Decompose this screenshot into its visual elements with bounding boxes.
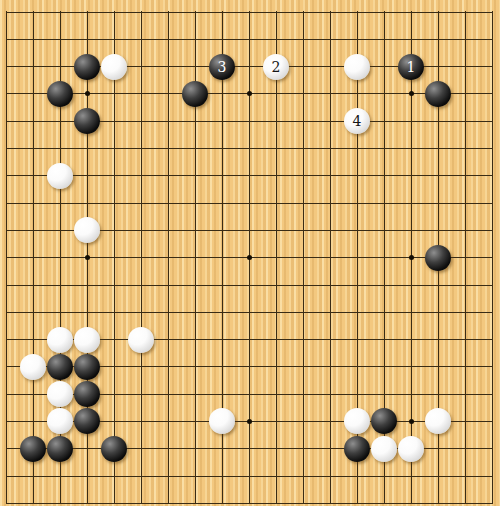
intersection-E2[interactable] bbox=[101, 462, 128, 489]
intersection-C19[interactable] bbox=[47, 0, 74, 26]
intersection-G15[interactable] bbox=[155, 108, 182, 135]
intersection-T6[interactable] bbox=[479, 353, 500, 380]
intersection-T14[interactable] bbox=[479, 135, 500, 162]
intersection-T13[interactable] bbox=[479, 162, 500, 189]
intersection-N3[interactable] bbox=[317, 435, 344, 462]
intersection-A3[interactable] bbox=[0, 435, 20, 462]
intersection-P10[interactable] bbox=[371, 244, 398, 271]
intersection-J17[interactable]: 3 bbox=[209, 53, 236, 80]
intersection-A18[interactable] bbox=[0, 26, 20, 53]
intersection-K2[interactable] bbox=[236, 462, 263, 489]
intersection-L4[interactable] bbox=[263, 408, 290, 435]
intersection-G11[interactable] bbox=[155, 217, 182, 244]
intersection-E3[interactable] bbox=[101, 435, 128, 462]
intersection-F4[interactable] bbox=[128, 408, 155, 435]
intersection-K9[interactable] bbox=[236, 271, 263, 298]
intersection-P1[interactable] bbox=[371, 490, 398, 506]
intersection-C10[interactable] bbox=[47, 244, 74, 271]
intersection-S4[interactable] bbox=[452, 408, 479, 435]
intersection-M5[interactable] bbox=[290, 381, 317, 408]
intersection-D9[interactable] bbox=[74, 271, 101, 298]
intersection-S7[interactable] bbox=[452, 326, 479, 353]
intersection-G16[interactable] bbox=[155, 80, 182, 107]
intersection-F3[interactable] bbox=[128, 435, 155, 462]
intersection-D16[interactable] bbox=[74, 80, 101, 107]
intersection-P15[interactable] bbox=[371, 108, 398, 135]
intersection-H8[interactable] bbox=[182, 299, 209, 326]
intersection-F1[interactable] bbox=[128, 490, 155, 506]
intersection-C5[interactable] bbox=[47, 381, 74, 408]
intersection-Q11[interactable] bbox=[398, 217, 425, 244]
intersection-A14[interactable] bbox=[0, 135, 20, 162]
intersection-L8[interactable] bbox=[263, 299, 290, 326]
intersection-J14[interactable] bbox=[209, 135, 236, 162]
intersection-A6[interactable] bbox=[0, 353, 20, 380]
intersection-A12[interactable] bbox=[0, 189, 20, 216]
intersection-Q10[interactable] bbox=[398, 244, 425, 271]
intersection-K4[interactable] bbox=[236, 408, 263, 435]
intersection-E1[interactable] bbox=[101, 490, 128, 506]
intersection-L14[interactable] bbox=[263, 135, 290, 162]
intersection-J4[interactable] bbox=[209, 408, 236, 435]
intersection-P4[interactable] bbox=[371, 408, 398, 435]
intersection-C17[interactable] bbox=[47, 53, 74, 80]
intersection-D14[interactable] bbox=[74, 135, 101, 162]
intersection-B9[interactable] bbox=[20, 271, 47, 298]
intersection-Q12[interactable] bbox=[398, 189, 425, 216]
intersection-K16[interactable] bbox=[236, 80, 263, 107]
intersection-N9[interactable] bbox=[317, 271, 344, 298]
intersection-K7[interactable] bbox=[236, 326, 263, 353]
intersection-D15[interactable] bbox=[74, 108, 101, 135]
intersection-Q13[interactable] bbox=[398, 162, 425, 189]
intersection-P3[interactable] bbox=[371, 435, 398, 462]
intersection-K6[interactable] bbox=[236, 353, 263, 380]
intersection-Q7[interactable] bbox=[398, 326, 425, 353]
intersection-K11[interactable] bbox=[236, 217, 263, 244]
intersection-C1[interactable] bbox=[47, 490, 74, 506]
intersection-B11[interactable] bbox=[20, 217, 47, 244]
intersection-J12[interactable] bbox=[209, 189, 236, 216]
intersection-G5[interactable] bbox=[155, 381, 182, 408]
intersection-D10[interactable] bbox=[74, 244, 101, 271]
intersection-M1[interactable] bbox=[290, 490, 317, 506]
intersection-M8[interactable] bbox=[290, 299, 317, 326]
intersection-S3[interactable] bbox=[452, 435, 479, 462]
intersection-N6[interactable] bbox=[317, 353, 344, 380]
intersection-F6[interactable] bbox=[128, 353, 155, 380]
intersection-P12[interactable] bbox=[371, 189, 398, 216]
intersection-G9[interactable] bbox=[155, 271, 182, 298]
intersection-H7[interactable] bbox=[182, 326, 209, 353]
intersection-M10[interactable] bbox=[290, 244, 317, 271]
intersection-E4[interactable] bbox=[101, 408, 128, 435]
intersection-S15[interactable] bbox=[452, 108, 479, 135]
intersection-A13[interactable] bbox=[0, 162, 20, 189]
intersection-S1[interactable] bbox=[452, 490, 479, 506]
intersection-H16[interactable] bbox=[182, 80, 209, 107]
intersection-F2[interactable] bbox=[128, 462, 155, 489]
intersection-L18[interactable] bbox=[263, 26, 290, 53]
intersection-E16[interactable] bbox=[101, 80, 128, 107]
intersection-H1[interactable] bbox=[182, 490, 209, 506]
intersection-T16[interactable] bbox=[479, 80, 500, 107]
intersection-P18[interactable] bbox=[371, 26, 398, 53]
intersection-A10[interactable] bbox=[0, 244, 20, 271]
intersection-D3[interactable] bbox=[74, 435, 101, 462]
intersection-M12[interactable] bbox=[290, 189, 317, 216]
intersection-E6[interactable] bbox=[101, 353, 128, 380]
intersection-S14[interactable] bbox=[452, 135, 479, 162]
intersection-T12[interactable] bbox=[479, 189, 500, 216]
intersection-B4[interactable] bbox=[20, 408, 47, 435]
intersection-D2[interactable] bbox=[74, 462, 101, 489]
intersection-R19[interactable] bbox=[425, 0, 452, 26]
intersection-E13[interactable] bbox=[101, 162, 128, 189]
intersection-B15[interactable] bbox=[20, 108, 47, 135]
intersection-H4[interactable] bbox=[182, 408, 209, 435]
intersection-B1[interactable] bbox=[20, 490, 47, 506]
intersection-C16[interactable] bbox=[47, 80, 74, 107]
intersection-O19[interactable] bbox=[344, 0, 371, 26]
intersection-G17[interactable] bbox=[155, 53, 182, 80]
intersection-L17[interactable]: 2 bbox=[263, 53, 290, 80]
intersection-Q15[interactable] bbox=[398, 108, 425, 135]
intersection-F7[interactable] bbox=[128, 326, 155, 353]
intersection-A7[interactable] bbox=[0, 326, 20, 353]
intersection-O18[interactable] bbox=[344, 26, 371, 53]
intersection-L7[interactable] bbox=[263, 326, 290, 353]
intersection-N19[interactable] bbox=[317, 0, 344, 26]
intersection-K5[interactable] bbox=[236, 381, 263, 408]
intersection-M2[interactable] bbox=[290, 462, 317, 489]
intersection-R7[interactable] bbox=[425, 326, 452, 353]
intersection-N10[interactable] bbox=[317, 244, 344, 271]
intersection-F13[interactable] bbox=[128, 162, 155, 189]
intersection-Q9[interactable] bbox=[398, 271, 425, 298]
intersection-M17[interactable] bbox=[290, 53, 317, 80]
intersection-F15[interactable] bbox=[128, 108, 155, 135]
intersection-O9[interactable] bbox=[344, 271, 371, 298]
intersection-Q14[interactable] bbox=[398, 135, 425, 162]
intersection-E12[interactable] bbox=[101, 189, 128, 216]
intersection-S2[interactable] bbox=[452, 462, 479, 489]
intersection-C9[interactable] bbox=[47, 271, 74, 298]
intersection-M16[interactable] bbox=[290, 80, 317, 107]
intersection-N14[interactable] bbox=[317, 135, 344, 162]
intersection-J11[interactable] bbox=[209, 217, 236, 244]
intersection-P5[interactable] bbox=[371, 381, 398, 408]
intersection-B17[interactable] bbox=[20, 53, 47, 80]
intersection-B18[interactable] bbox=[20, 26, 47, 53]
intersection-C15[interactable] bbox=[47, 108, 74, 135]
intersection-S8[interactable] bbox=[452, 299, 479, 326]
intersection-A11[interactable] bbox=[0, 217, 20, 244]
intersection-N18[interactable] bbox=[317, 26, 344, 53]
intersection-C14[interactable] bbox=[47, 135, 74, 162]
intersection-T8[interactable] bbox=[479, 299, 500, 326]
intersection-C13[interactable] bbox=[47, 162, 74, 189]
intersection-B3[interactable] bbox=[20, 435, 47, 462]
intersection-Q19[interactable] bbox=[398, 0, 425, 26]
intersection-L16[interactable] bbox=[263, 80, 290, 107]
intersection-R14[interactable] bbox=[425, 135, 452, 162]
intersection-L15[interactable] bbox=[263, 108, 290, 135]
intersection-P2[interactable] bbox=[371, 462, 398, 489]
intersection-L10[interactable] bbox=[263, 244, 290, 271]
intersection-M11[interactable] bbox=[290, 217, 317, 244]
intersection-E14[interactable] bbox=[101, 135, 128, 162]
intersection-P7[interactable] bbox=[371, 326, 398, 353]
intersection-Q17[interactable]: 1 bbox=[398, 53, 425, 80]
intersection-C7[interactable] bbox=[47, 326, 74, 353]
intersection-N2[interactable] bbox=[317, 462, 344, 489]
intersection-L2[interactable] bbox=[263, 462, 290, 489]
intersection-E9[interactable] bbox=[101, 271, 128, 298]
intersection-S11[interactable] bbox=[452, 217, 479, 244]
intersection-L1[interactable] bbox=[263, 490, 290, 506]
intersection-A2[interactable] bbox=[0, 462, 20, 489]
intersection-D12[interactable] bbox=[74, 189, 101, 216]
intersection-Q6[interactable] bbox=[398, 353, 425, 380]
intersection-B10[interactable] bbox=[20, 244, 47, 271]
intersection-S17[interactable] bbox=[452, 53, 479, 80]
intersection-K15[interactable] bbox=[236, 108, 263, 135]
intersection-P19[interactable] bbox=[371, 0, 398, 26]
intersection-P13[interactable] bbox=[371, 162, 398, 189]
intersection-G14[interactable] bbox=[155, 135, 182, 162]
intersection-J9[interactable] bbox=[209, 271, 236, 298]
intersection-B13[interactable] bbox=[20, 162, 47, 189]
intersection-E19[interactable] bbox=[101, 0, 128, 26]
intersection-F9[interactable] bbox=[128, 271, 155, 298]
intersection-N13[interactable] bbox=[317, 162, 344, 189]
intersection-O16[interactable] bbox=[344, 80, 371, 107]
intersection-H18[interactable] bbox=[182, 26, 209, 53]
intersection-G13[interactable] bbox=[155, 162, 182, 189]
intersection-B8[interactable] bbox=[20, 299, 47, 326]
intersection-B7[interactable] bbox=[20, 326, 47, 353]
intersection-B2[interactable] bbox=[20, 462, 47, 489]
intersection-P6[interactable] bbox=[371, 353, 398, 380]
intersection-E15[interactable] bbox=[101, 108, 128, 135]
intersection-K1[interactable] bbox=[236, 490, 263, 506]
intersection-F10[interactable] bbox=[128, 244, 155, 271]
intersection-O4[interactable] bbox=[344, 408, 371, 435]
intersection-K13[interactable] bbox=[236, 162, 263, 189]
intersection-B12[interactable] bbox=[20, 189, 47, 216]
intersection-R6[interactable] bbox=[425, 353, 452, 380]
intersection-A9[interactable] bbox=[0, 271, 20, 298]
intersection-K12[interactable] bbox=[236, 189, 263, 216]
intersection-G10[interactable] bbox=[155, 244, 182, 271]
intersection-C6[interactable] bbox=[47, 353, 74, 380]
intersection-J7[interactable] bbox=[209, 326, 236, 353]
intersection-O15[interactable]: 4 bbox=[344, 108, 371, 135]
intersection-A1[interactable] bbox=[0, 490, 20, 506]
intersection-L13[interactable] bbox=[263, 162, 290, 189]
intersection-J16[interactable] bbox=[209, 80, 236, 107]
intersection-B19[interactable] bbox=[20, 0, 47, 26]
intersection-R5[interactable] bbox=[425, 381, 452, 408]
intersection-H9[interactable] bbox=[182, 271, 209, 298]
intersection-J13[interactable] bbox=[209, 162, 236, 189]
intersection-P14[interactable] bbox=[371, 135, 398, 162]
intersection-C2[interactable] bbox=[47, 462, 74, 489]
intersection-H13[interactable] bbox=[182, 162, 209, 189]
intersection-T19[interactable] bbox=[479, 0, 500, 26]
intersection-F16[interactable] bbox=[128, 80, 155, 107]
intersection-D18[interactable] bbox=[74, 26, 101, 53]
intersection-J1[interactable] bbox=[209, 490, 236, 506]
intersection-J19[interactable] bbox=[209, 0, 236, 26]
intersection-R8[interactable] bbox=[425, 299, 452, 326]
intersection-H6[interactable] bbox=[182, 353, 209, 380]
intersection-R2[interactable] bbox=[425, 462, 452, 489]
intersection-N11[interactable] bbox=[317, 217, 344, 244]
intersection-K3[interactable] bbox=[236, 435, 263, 462]
intersection-G12[interactable] bbox=[155, 189, 182, 216]
intersection-R9[interactable] bbox=[425, 271, 452, 298]
intersection-H10[interactable] bbox=[182, 244, 209, 271]
intersection-K18[interactable] bbox=[236, 26, 263, 53]
intersection-L6[interactable] bbox=[263, 353, 290, 380]
intersection-E11[interactable] bbox=[101, 217, 128, 244]
intersection-Q18[interactable] bbox=[398, 26, 425, 53]
intersection-L19[interactable] bbox=[263, 0, 290, 26]
intersection-F5[interactable] bbox=[128, 381, 155, 408]
intersection-D5[interactable] bbox=[74, 381, 101, 408]
intersection-C3[interactable] bbox=[47, 435, 74, 462]
intersection-H2[interactable] bbox=[182, 462, 209, 489]
intersection-M3[interactable] bbox=[290, 435, 317, 462]
intersection-G2[interactable] bbox=[155, 462, 182, 489]
intersection-D13[interactable] bbox=[74, 162, 101, 189]
intersection-K19[interactable] bbox=[236, 0, 263, 26]
intersection-N15[interactable] bbox=[317, 108, 344, 135]
intersection-Q2[interactable] bbox=[398, 462, 425, 489]
intersection-H14[interactable] bbox=[182, 135, 209, 162]
intersection-H5[interactable] bbox=[182, 381, 209, 408]
intersection-R11[interactable] bbox=[425, 217, 452, 244]
intersection-A15[interactable] bbox=[0, 108, 20, 135]
intersection-P11[interactable] bbox=[371, 217, 398, 244]
intersection-K14[interactable] bbox=[236, 135, 263, 162]
intersection-S12[interactable] bbox=[452, 189, 479, 216]
intersection-P9[interactable] bbox=[371, 271, 398, 298]
intersection-G8[interactable] bbox=[155, 299, 182, 326]
intersection-O8[interactable] bbox=[344, 299, 371, 326]
intersection-T7[interactable] bbox=[479, 326, 500, 353]
intersection-O5[interactable] bbox=[344, 381, 371, 408]
intersection-S18[interactable] bbox=[452, 26, 479, 53]
intersection-H19[interactable] bbox=[182, 0, 209, 26]
intersection-G19[interactable] bbox=[155, 0, 182, 26]
intersection-R18[interactable] bbox=[425, 26, 452, 53]
intersection-N12[interactable] bbox=[317, 189, 344, 216]
intersection-G4[interactable] bbox=[155, 408, 182, 435]
intersection-T11[interactable] bbox=[479, 217, 500, 244]
intersection-E7[interactable] bbox=[101, 326, 128, 353]
intersection-O1[interactable] bbox=[344, 490, 371, 506]
intersection-C8[interactable] bbox=[47, 299, 74, 326]
intersection-C12[interactable] bbox=[47, 189, 74, 216]
intersection-J3[interactable] bbox=[209, 435, 236, 462]
intersection-D17[interactable] bbox=[74, 53, 101, 80]
intersection-K10[interactable] bbox=[236, 244, 263, 271]
intersection-T17[interactable] bbox=[479, 53, 500, 80]
intersection-E5[interactable] bbox=[101, 381, 128, 408]
intersection-Q3[interactable] bbox=[398, 435, 425, 462]
intersection-A5[interactable] bbox=[0, 381, 20, 408]
intersection-R16[interactable] bbox=[425, 80, 452, 107]
intersection-K8[interactable] bbox=[236, 299, 263, 326]
intersection-T18[interactable] bbox=[479, 26, 500, 53]
intersection-R15[interactable] bbox=[425, 108, 452, 135]
intersection-P8[interactable] bbox=[371, 299, 398, 326]
intersection-R17[interactable] bbox=[425, 53, 452, 80]
intersection-T2[interactable] bbox=[479, 462, 500, 489]
intersection-T9[interactable] bbox=[479, 271, 500, 298]
intersection-M7[interactable] bbox=[290, 326, 317, 353]
intersection-E8[interactable] bbox=[101, 299, 128, 326]
intersection-S5[interactable] bbox=[452, 381, 479, 408]
intersection-E18[interactable] bbox=[101, 26, 128, 53]
intersection-G6[interactable] bbox=[155, 353, 182, 380]
intersection-Q5[interactable] bbox=[398, 381, 425, 408]
intersection-Q16[interactable] bbox=[398, 80, 425, 107]
intersection-N7[interactable] bbox=[317, 326, 344, 353]
intersection-F19[interactable] bbox=[128, 0, 155, 26]
intersection-D4[interactable] bbox=[74, 408, 101, 435]
intersection-M4[interactable] bbox=[290, 408, 317, 435]
intersection-A17[interactable] bbox=[0, 53, 20, 80]
intersection-N4[interactable] bbox=[317, 408, 344, 435]
intersection-L3[interactable] bbox=[263, 435, 290, 462]
intersection-F14[interactable] bbox=[128, 135, 155, 162]
intersection-R1[interactable] bbox=[425, 490, 452, 506]
intersection-O3[interactable] bbox=[344, 435, 371, 462]
intersection-P17[interactable] bbox=[371, 53, 398, 80]
intersection-S9[interactable] bbox=[452, 271, 479, 298]
intersection-O14[interactable] bbox=[344, 135, 371, 162]
intersection-G18[interactable] bbox=[155, 26, 182, 53]
intersection-J5[interactable] bbox=[209, 381, 236, 408]
intersection-J8[interactable] bbox=[209, 299, 236, 326]
intersection-G7[interactable] bbox=[155, 326, 182, 353]
intersection-Q1[interactable] bbox=[398, 490, 425, 506]
intersection-A19[interactable] bbox=[0, 0, 20, 26]
intersection-C18[interactable] bbox=[47, 26, 74, 53]
intersection-H3[interactable] bbox=[182, 435, 209, 462]
intersection-H11[interactable] bbox=[182, 217, 209, 244]
intersection-H15[interactable] bbox=[182, 108, 209, 135]
intersection-D7[interactable] bbox=[74, 326, 101, 353]
intersection-M15[interactable] bbox=[290, 108, 317, 135]
intersection-O6[interactable] bbox=[344, 353, 371, 380]
intersection-R13[interactable] bbox=[425, 162, 452, 189]
intersection-M9[interactable] bbox=[290, 271, 317, 298]
intersection-M19[interactable] bbox=[290, 0, 317, 26]
intersection-J10[interactable] bbox=[209, 244, 236, 271]
intersection-L12[interactable] bbox=[263, 189, 290, 216]
intersection-J15[interactable] bbox=[209, 108, 236, 135]
intersection-L5[interactable] bbox=[263, 381, 290, 408]
intersection-N17[interactable] bbox=[317, 53, 344, 80]
intersection-B6[interactable] bbox=[20, 353, 47, 380]
intersection-A8[interactable] bbox=[0, 299, 20, 326]
intersection-Q8[interactable] bbox=[398, 299, 425, 326]
